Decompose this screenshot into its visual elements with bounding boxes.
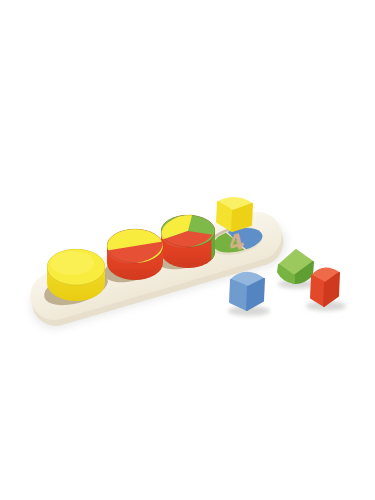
loose-blue-quarter xyxy=(230,273,264,310)
slot2-halves-cylinder xyxy=(107,229,165,280)
loose-red-quarter xyxy=(311,269,339,306)
whole-yellow-highlight xyxy=(50,251,94,275)
slot4-yellow-quarter-standing xyxy=(217,198,252,231)
slot1-whole-cylinder xyxy=(47,249,105,301)
slot3-thirds-cylinder xyxy=(159,211,215,268)
product-photo: 4 xyxy=(0,0,375,500)
loose-green-quarter xyxy=(278,250,313,283)
fraction-puzzle-scene: 4 xyxy=(0,0,375,500)
